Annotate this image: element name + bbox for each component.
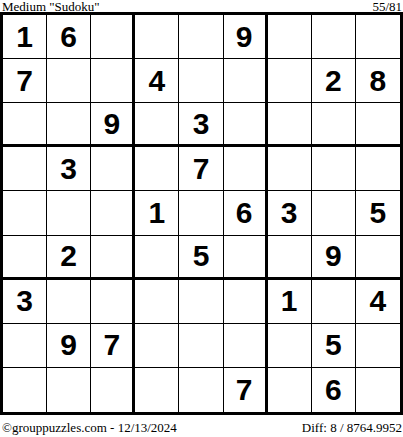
cell-r8c5[interactable]: [179, 324, 223, 368]
cell-r9c9[interactable]: [356, 368, 400, 412]
cell-r3c6[interactable]: [224, 103, 268, 147]
cell-r1c2[interactable]: 6: [47, 15, 91, 59]
cell-r6c9[interactable]: [356, 236, 400, 280]
cell-r9c6[interactable]: 7: [224, 368, 268, 412]
cell-r6c5[interactable]: 5: [179, 236, 223, 280]
cell-r3c9[interactable]: [356, 103, 400, 147]
cell-r8c4[interactable]: [135, 324, 179, 368]
cell-r5c8[interactable]: [312, 191, 356, 235]
cell-r7c5[interactable]: [179, 280, 223, 324]
cell-r2c8[interactable]: 2: [312, 59, 356, 103]
cell-r2c3[interactable]: [91, 59, 135, 103]
cell-r3c2[interactable]: [47, 103, 91, 147]
cell-r5c5[interactable]: [179, 191, 223, 235]
cell-r2c4[interactable]: 4: [135, 59, 179, 103]
cell-r1c4[interactable]: [135, 15, 179, 59]
cell-r6c2[interactable]: 2: [47, 236, 91, 280]
cell-r8c8[interactable]: 5: [312, 324, 356, 368]
cell-r7c8[interactable]: [312, 280, 356, 324]
cell-r5c2[interactable]: [47, 191, 91, 235]
cell-r1c9[interactable]: [356, 15, 400, 59]
cell-r4c7[interactable]: [268, 147, 312, 191]
cell-r4c8[interactable]: [312, 147, 356, 191]
cell-r8c9[interactable]: [356, 324, 400, 368]
cell-r7c3[interactable]: [91, 280, 135, 324]
cell-r4c4[interactable]: [135, 147, 179, 191]
cell-r6c4[interactable]: [135, 236, 179, 280]
cell-r9c7[interactable]: [268, 368, 312, 412]
cell-r3c4[interactable]: [135, 103, 179, 147]
cell-r8c3[interactable]: 7: [91, 324, 135, 368]
cell-r7c1[interactable]: 3: [3, 280, 47, 324]
cell-r6c1[interactable]: [3, 236, 47, 280]
cell-r5c9[interactable]: 5: [356, 191, 400, 235]
cell-r7c7[interactable]: 1: [268, 280, 312, 324]
cell-r7c9[interactable]: 4: [356, 280, 400, 324]
cell-r9c8[interactable]: 6: [312, 368, 356, 412]
cell-r5c4[interactable]: 1: [135, 191, 179, 235]
cell-r7c6[interactable]: [224, 280, 268, 324]
cell-r5c3[interactable]: [91, 191, 135, 235]
cell-r1c7[interactable]: [268, 15, 312, 59]
cell-r2c6[interactable]: [224, 59, 268, 103]
cell-r8c6[interactable]: [224, 324, 268, 368]
cell-r2c5[interactable]: [179, 59, 223, 103]
cell-r7c4[interactable]: [135, 280, 179, 324]
cell-r8c7[interactable]: [268, 324, 312, 368]
cell-r6c6[interactable]: [224, 236, 268, 280]
cell-r2c2[interactable]: [47, 59, 91, 103]
cell-r9c1[interactable]: [3, 368, 47, 412]
cell-r9c4[interactable]: [135, 368, 179, 412]
cell-r5c1[interactable]: [3, 191, 47, 235]
cell-r4c5[interactable]: 7: [179, 147, 223, 191]
cell-r7c2[interactable]: [47, 280, 91, 324]
cell-r6c8[interactable]: 9: [312, 236, 356, 280]
cell-r2c9[interactable]: 8: [356, 59, 400, 103]
cell-r8c2[interactable]: 9: [47, 324, 91, 368]
sudoku-board: 16974289337163525931497576: [0, 12, 403, 415]
cell-r9c2[interactable]: [47, 368, 91, 412]
cell-r3c8[interactable]: [312, 103, 356, 147]
cell-r3c7[interactable]: [268, 103, 312, 147]
cell-r1c1[interactable]: 1: [3, 15, 47, 59]
cell-r4c1[interactable]: [3, 147, 47, 191]
difficulty-text: Diff: 8 / 8764.9952: [302, 421, 402, 434]
cell-r4c6[interactable]: [224, 147, 268, 191]
cell-r5c7[interactable]: 3: [268, 191, 312, 235]
cell-r2c7[interactable]: [268, 59, 312, 103]
cell-r1c5[interactable]: [179, 15, 223, 59]
cell-r4c2[interactable]: 3: [47, 147, 91, 191]
cell-r1c8[interactable]: [312, 15, 356, 59]
cell-r6c7[interactable]: [268, 236, 312, 280]
cell-r4c9[interactable]: [356, 147, 400, 191]
cell-r1c3[interactable]: [91, 15, 135, 59]
cell-r3c3[interactable]: 9: [91, 103, 135, 147]
cell-r1c6[interactable]: 9: [224, 15, 268, 59]
cell-r9c5[interactable]: [179, 368, 223, 412]
cell-r9c3[interactable]: [91, 368, 135, 412]
cell-r8c1[interactable]: [3, 324, 47, 368]
cell-r5c6[interactable]: 6: [224, 191, 268, 235]
cell-r3c5[interactable]: 3: [179, 103, 223, 147]
cell-r4c3[interactable]: [91, 147, 135, 191]
cell-r2c1[interactable]: 7: [3, 59, 47, 103]
copyright-text: ©grouppuzzles.com - 12/13/2024: [2, 421, 177, 434]
cell-r3c1[interactable]: [3, 103, 47, 147]
cell-r6c3[interactable]: [91, 236, 135, 280]
